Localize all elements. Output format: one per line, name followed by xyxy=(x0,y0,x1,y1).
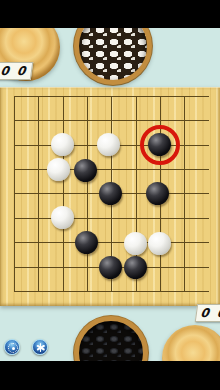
board-intersection[interactable] xyxy=(172,108,196,132)
board-intersection[interactable] xyxy=(26,181,50,205)
board-intersection[interactable] xyxy=(124,108,148,132)
board-intersection[interactable] xyxy=(75,84,99,108)
bottom-letterbox-bar xyxy=(0,361,220,390)
board-intersection[interactable] xyxy=(75,108,99,132)
board-intersection[interactable] xyxy=(124,157,148,181)
board-intersection[interactable] xyxy=(99,157,123,181)
board-intersection[interactable] xyxy=(99,279,123,303)
board-intersection[interactable] xyxy=(2,133,26,157)
white-stone xyxy=(148,232,171,255)
board-intersection[interactable] xyxy=(148,279,172,303)
black-capture-counter: 0 0 xyxy=(195,304,220,322)
board-intersection[interactable] xyxy=(172,230,196,254)
top-letterbox-bar xyxy=(0,0,220,28)
board-intersection[interactable] xyxy=(2,254,26,278)
board-intersection[interactable] xyxy=(99,206,123,230)
board-intersection[interactable] xyxy=(197,157,220,181)
board-intersection[interactable] xyxy=(2,279,26,303)
white-stone xyxy=(51,206,74,229)
board-intersection[interactable] xyxy=(148,254,172,278)
board-intersection[interactable] xyxy=(26,254,50,278)
board-intersection[interactable] xyxy=(50,181,74,205)
board-intersection[interactable] xyxy=(26,84,50,108)
board-intersection[interactable] xyxy=(75,133,99,157)
board-intersection[interactable] xyxy=(124,279,148,303)
board-intersection[interactable] xyxy=(197,279,220,303)
black-stone xyxy=(74,159,97,182)
go-board[interactable] xyxy=(0,87,220,306)
board-intersection[interactable] xyxy=(197,254,220,278)
board-intersection[interactable] xyxy=(75,254,99,278)
board-intersection[interactable] xyxy=(124,206,148,230)
board-intersection[interactable] xyxy=(75,279,99,303)
board-intersection[interactable] xyxy=(172,157,196,181)
board-intersection[interactable] xyxy=(99,108,123,132)
board-intersection[interactable] xyxy=(26,279,50,303)
black-stone xyxy=(75,231,98,254)
board-intersection[interactable] xyxy=(148,206,172,230)
board-intersection[interactable] xyxy=(26,230,50,254)
board-intersection[interactable] xyxy=(172,206,196,230)
board-intersection[interactable] xyxy=(197,108,220,132)
white-stone xyxy=(51,133,74,156)
last-move-marker xyxy=(140,125,180,165)
board-intersection[interactable] xyxy=(197,181,220,205)
board-intersection[interactable] xyxy=(26,108,50,132)
board-intersection[interactable] xyxy=(2,157,26,181)
black-stone xyxy=(124,256,147,279)
board-intersection[interactable] xyxy=(50,108,74,132)
board-intersection[interactable] xyxy=(50,84,74,108)
center-dot-icon xyxy=(12,347,15,350)
white-stone xyxy=(47,158,70,181)
white-stone xyxy=(124,232,147,255)
board-intersection[interactable] xyxy=(197,206,220,230)
board-intersection[interactable] xyxy=(124,181,148,205)
burst-button[interactable] xyxy=(32,339,48,355)
board-intersection[interactable] xyxy=(197,133,220,157)
board-intersection[interactable] xyxy=(50,279,74,303)
board-intersection[interactable] xyxy=(2,84,26,108)
black-stone xyxy=(146,182,169,205)
white-capture-counter: 0 0 xyxy=(0,62,33,80)
board-intersection[interactable] xyxy=(197,84,220,108)
board-intersection[interactable] xyxy=(26,133,50,157)
board-intersection[interactable] xyxy=(75,181,99,205)
board-intersection[interactable] xyxy=(50,254,74,278)
board-intersection[interactable] xyxy=(197,230,220,254)
board-intersection[interactable] xyxy=(148,84,172,108)
board-intersection[interactable] xyxy=(99,230,123,254)
board-intersection[interactable] xyxy=(2,181,26,205)
board-intersection[interactable] xyxy=(26,206,50,230)
board-intersection[interactable] xyxy=(172,181,196,205)
board-intersection[interactable] xyxy=(2,230,26,254)
board-intersection[interactable] xyxy=(172,279,196,303)
board-intersection[interactable] xyxy=(124,84,148,108)
board-intersection[interactable] xyxy=(172,254,196,278)
board-intersection[interactable] xyxy=(2,206,26,230)
app-screen: 0 0 0 0 xyxy=(0,0,220,390)
dotted-ring-button[interactable] xyxy=(4,339,20,355)
board-intersection[interactable] xyxy=(75,206,99,230)
board-intersection[interactable] xyxy=(172,84,196,108)
board-intersection[interactable] xyxy=(99,84,123,108)
board-intersection[interactable] xyxy=(50,230,74,254)
board-intersection[interactable] xyxy=(2,108,26,132)
